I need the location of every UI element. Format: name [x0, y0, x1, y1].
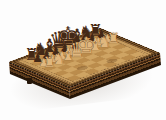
product-photo-canvas: ♜♞♝♛♚♝♞♜♟♟♟♟♟♟♟♟♟♟♟♟♟♟♟♟♜♞♝♛♚♝♞♜	[0, 0, 166, 120]
piece-white-rook: ♜	[107, 32, 120, 46]
pieces-layer: ♜♞♝♛♚♝♞♜♟♟♟♟♟♟♟♟♟♟♟♟♟♟♟♟♜♞♝♛♚♝♞♜	[0, 0, 166, 120]
